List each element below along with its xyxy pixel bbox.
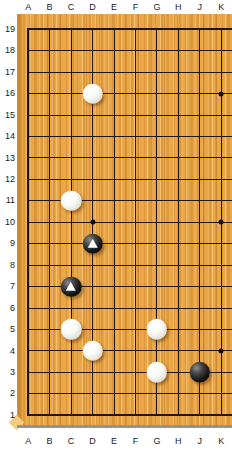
- intersection-C14[interactable]: [60, 126, 81, 147]
- star-point-K10: [219, 220, 224, 225]
- grid-vline: [156, 383, 157, 404]
- grid-vline: [221, 40, 222, 61]
- grid-vline: [178, 104, 179, 125]
- intersection-D12[interactable]: [82, 169, 103, 190]
- grid-vline: [199, 340, 200, 361]
- intersection-H9[interactable]: [168, 233, 189, 254]
- intersection-C12[interactable]: [60, 169, 81, 190]
- intersection-C5[interactable]: [60, 319, 81, 340]
- grid-vline: [135, 362, 136, 383]
- star-point-K4: [219, 348, 224, 353]
- triangle-marker: [66, 282, 76, 291]
- intersection-A4[interactable]: [18, 340, 39, 361]
- intersection-B12[interactable]: [39, 169, 60, 190]
- intersection-K1[interactable]: [210, 404, 231, 425]
- intersection-D11[interactable]: [82, 190, 103, 211]
- intersection-J10[interactable]: [189, 212, 210, 233]
- grid-vline: [221, 190, 222, 211]
- grid-vline: [49, 169, 50, 190]
- intersection-C11[interactable]: [60, 190, 81, 211]
- intersection-D10[interactable]: [82, 212, 103, 233]
- intersection-D6[interactable]: [82, 297, 103, 318]
- intersection-B9[interactable]: [39, 233, 60, 254]
- intersection-A8[interactable]: [18, 254, 39, 275]
- grid-vline: [178, 190, 179, 211]
- intersection-E10[interactable]: [103, 212, 124, 233]
- grid-vline: [27, 40, 29, 61]
- white-stone-C11: [61, 191, 82, 212]
- intersection-K13[interactable]: [210, 147, 231, 168]
- grid-vline: [199, 404, 200, 416]
- intersection-H7[interactable]: [168, 276, 189, 297]
- intersection-D17[interactable]: [82, 61, 103, 82]
- intersection-F1[interactable]: [125, 404, 146, 425]
- grid-vline: [114, 319, 115, 340]
- grid-vline: [135, 297, 136, 318]
- row-label-11: 11: [0, 194, 15, 207]
- grid-vline: [92, 104, 93, 125]
- grid-vline: [135, 212, 136, 233]
- intersection-E16[interactable]: [103, 83, 124, 104]
- intersection-E11[interactable]: [103, 190, 124, 211]
- intersection-J17[interactable]: [189, 61, 210, 82]
- grid-vline: [135, 404, 136, 416]
- intersection-C18[interactable]: [60, 40, 81, 61]
- intersection-D14[interactable]: [82, 126, 103, 147]
- grid-vline: [178, 169, 179, 190]
- intersection-F6[interactable]: [125, 297, 146, 318]
- intersection-K9[interactable]: [210, 233, 231, 254]
- grid-vline: [114, 83, 115, 104]
- intersection-C6[interactable]: [60, 297, 81, 318]
- intersection-G7[interactable]: [146, 276, 167, 297]
- intersection-E9[interactable]: [103, 233, 124, 254]
- intersection-A2[interactable]: [18, 383, 39, 404]
- grid-vline: [27, 28, 29, 40]
- intersection-F13[interactable]: [125, 147, 146, 168]
- intersection-G18[interactable]: [146, 40, 167, 61]
- intersection-C8[interactable]: [60, 254, 81, 275]
- intersection-D4[interactable]: [82, 340, 103, 361]
- intersection-J13[interactable]: [189, 147, 210, 168]
- grid-vline: [49, 190, 50, 211]
- grid-vline: [27, 61, 29, 82]
- grid-vline: [92, 147, 93, 168]
- intersection-C3[interactable]: [60, 362, 81, 383]
- intersection-K8[interactable]: [210, 254, 231, 275]
- row-label-16: 16: [0, 87, 15, 100]
- intersection-E2[interactable]: [103, 383, 124, 404]
- intersection-E7[interactable]: [103, 276, 124, 297]
- row-label-2: 2: [0, 387, 15, 400]
- intersection-B14[interactable]: [39, 126, 60, 147]
- intersection-G1[interactable]: [146, 404, 167, 425]
- intersection-D18[interactable]: [82, 40, 103, 61]
- intersection-F17[interactable]: [125, 61, 146, 82]
- grid-vline: [71, 104, 72, 125]
- grid-vline: [221, 404, 222, 416]
- grid-vline: [156, 404, 157, 416]
- intersection-C1[interactable]: [60, 404, 81, 425]
- intersection-K16[interactable]: [210, 83, 231, 104]
- intersection-F12[interactable]: [125, 169, 146, 190]
- intersection-K11[interactable]: [210, 190, 231, 211]
- grid-vline: [114, 190, 115, 211]
- grid-vline: [114, 61, 115, 82]
- grid-vline: [114, 362, 115, 383]
- intersection-G2[interactable]: [146, 383, 167, 404]
- grid-vline: [199, 212, 200, 233]
- intersection-D1[interactable]: [82, 404, 103, 425]
- intersection-J4[interactable]: [189, 340, 210, 361]
- intersection-B15[interactable]: [39, 104, 60, 125]
- grid-vline: [221, 297, 222, 318]
- intersection-E3[interactable]: [103, 362, 124, 383]
- intersection-K2[interactable]: [210, 383, 231, 404]
- grid-vline: [71, 233, 72, 254]
- intersection-F8[interactable]: [125, 254, 146, 275]
- intersection-B8[interactable]: [39, 254, 60, 275]
- grid-vline: [92, 169, 93, 190]
- intersection-F7[interactable]: [125, 276, 146, 297]
- grid-vline: [178, 40, 179, 61]
- intersection-F5[interactable]: [125, 319, 146, 340]
- intersection-K10[interactable]: [210, 212, 231, 233]
- intersection-K3[interactable]: [210, 362, 231, 383]
- intersection-D2[interactable]: [82, 383, 103, 404]
- intersection-B6[interactable]: [39, 297, 60, 318]
- grid-vline: [71, 383, 72, 404]
- intersection-G12[interactable]: [146, 169, 167, 190]
- intersection-E8[interactable]: [103, 254, 124, 275]
- grid-vline: [92, 404, 93, 416]
- intersection-G4[interactable]: [146, 340, 167, 361]
- intersection-C19[interactable]: [60, 19, 81, 40]
- grid-vline: [199, 104, 200, 125]
- grid-vline: [178, 319, 179, 340]
- grid-vline: [92, 40, 93, 61]
- grid-vline: [114, 404, 115, 416]
- intersection-F11[interactable]: [125, 190, 146, 211]
- intersection-H5[interactable]: [168, 319, 189, 340]
- intersection-H14[interactable]: [168, 126, 189, 147]
- grid-vline: [92, 362, 93, 383]
- intersection-B3[interactable]: [39, 362, 60, 383]
- intersection-G14[interactable]: [146, 126, 167, 147]
- intersection-J12[interactable]: [189, 169, 210, 190]
- black-stone-J3: [190, 362, 211, 383]
- grid-vline: [71, 147, 72, 168]
- intersection-D13[interactable]: [82, 147, 103, 168]
- grid-vline: [156, 254, 157, 275]
- intersection-D5[interactable]: [82, 319, 103, 340]
- intersection-H6[interactable]: [168, 297, 189, 318]
- intersection-A3[interactable]: [18, 362, 39, 383]
- white-stone-D4: [82, 341, 103, 362]
- intersection-D16[interactable]: [82, 83, 103, 104]
- intersection-E1[interactable]: [103, 404, 124, 425]
- intersection-A16[interactable]: [18, 83, 39, 104]
- grid-vline: [49, 126, 50, 147]
- intersection-A17[interactable]: [18, 61, 39, 82]
- intersection-G13[interactable]: [146, 147, 167, 168]
- intersection-B5[interactable]: [39, 319, 60, 340]
- intersection-G11[interactable]: [146, 190, 167, 211]
- intersection-A18[interactable]: [18, 40, 39, 61]
- intersection-H11[interactable]: [168, 190, 189, 211]
- intersection-E19[interactable]: [103, 19, 124, 40]
- board-bottom-shadow: [17, 425, 232, 428]
- grid-vline: [49, 40, 50, 61]
- intersection-D8[interactable]: [82, 254, 103, 275]
- grid-vline: [49, 212, 50, 233]
- intersection-J1[interactable]: [189, 404, 210, 425]
- intersection-A14[interactable]: [18, 126, 39, 147]
- grid-vline: [178, 126, 179, 147]
- column-label-bottom-J: J: [192, 434, 208, 448]
- intersection-K19[interactable]: [210, 19, 231, 40]
- intersection-B11[interactable]: [39, 190, 60, 211]
- intersection-J19[interactable]: [189, 19, 210, 40]
- intersection-H16[interactable]: [168, 83, 189, 104]
- intersection-H2[interactable]: [168, 383, 189, 404]
- intersection-A15[interactable]: [18, 104, 39, 125]
- grid-vline: [49, 297, 50, 318]
- triangle-marker: [88, 239, 98, 248]
- intersection-F2[interactable]: [125, 383, 146, 404]
- intersection-J11[interactable]: [189, 190, 210, 211]
- grid-vline: [49, 104, 50, 125]
- intersection-K18[interactable]: [210, 40, 231, 61]
- grid-vline: [135, 40, 136, 61]
- intersection-D15[interactable]: [82, 104, 103, 125]
- intersection-J6[interactable]: [189, 297, 210, 318]
- grid-vline: [71, 40, 72, 61]
- intersection-J8[interactable]: [189, 254, 210, 275]
- intersection-C4[interactable]: [60, 340, 81, 361]
- intersection-B16[interactable]: [39, 83, 60, 104]
- grid-vline: [135, 190, 136, 211]
- intersection-J3[interactable]: [189, 362, 210, 383]
- grid-vline: [27, 190, 29, 211]
- intersection-C7[interactable]: [60, 276, 81, 297]
- grid-vline: [27, 104, 29, 125]
- intersection-K12[interactable]: [210, 169, 231, 190]
- grid-vline: [221, 61, 222, 82]
- intersection-F19[interactable]: [125, 19, 146, 40]
- grid-vline: [135, 276, 136, 297]
- grid-vline: [156, 83, 157, 104]
- intersection-A13[interactable]: [18, 147, 39, 168]
- intersection-K17[interactable]: [210, 61, 231, 82]
- intersection-F14[interactable]: [125, 126, 146, 147]
- grid-vline: [178, 362, 179, 383]
- intersection-H19[interactable]: [168, 19, 189, 40]
- column-label-bottom-C: C: [63, 434, 79, 448]
- row-label-10: 10: [0, 216, 15, 229]
- column-label-top-E: E: [106, 0, 122, 14]
- intersection-A12[interactable]: [18, 169, 39, 190]
- intersection-G6[interactable]: [146, 297, 167, 318]
- intersection-E15[interactable]: [103, 104, 124, 125]
- row-label-6: 6: [0, 302, 15, 315]
- intersection-E5[interactable]: [103, 319, 124, 340]
- grid-vline: [71, 340, 72, 361]
- intersection-C15[interactable]: [60, 104, 81, 125]
- intersection-H4[interactable]: [168, 340, 189, 361]
- grid-vline: [71, 83, 72, 104]
- grid-vline: [199, 297, 200, 318]
- intersection-K14[interactable]: [210, 126, 231, 147]
- intersection-G3[interactable]: [146, 362, 167, 383]
- column-label-bottom-B: B: [42, 434, 58, 448]
- intersection-D3[interactable]: [82, 362, 103, 383]
- column-label-top-D: D: [85, 0, 101, 14]
- intersection-F16[interactable]: [125, 83, 146, 104]
- intersection-J15[interactable]: [189, 104, 210, 125]
- intersection-D19[interactable]: [82, 19, 103, 40]
- intersection-K5[interactable]: [210, 319, 231, 340]
- intersection-B19[interactable]: [39, 19, 60, 40]
- black-stone-C7: [61, 276, 82, 297]
- intersection-C16[interactable]: [60, 83, 81, 104]
- grid-vline: [135, 126, 136, 147]
- intersection-E6[interactable]: [103, 297, 124, 318]
- intersection-E14[interactable]: [103, 126, 124, 147]
- column-label-bottom-D: D: [85, 434, 101, 448]
- intersection-B1[interactable]: [39, 404, 60, 425]
- intersection-K7[interactable]: [210, 276, 231, 297]
- intersection-G8[interactable]: [146, 254, 167, 275]
- intersection-H13[interactable]: [168, 147, 189, 168]
- intersection-A10[interactable]: [18, 212, 39, 233]
- grid-vline: [221, 104, 222, 125]
- intersection-E13[interactable]: [103, 147, 124, 168]
- intersection-C13[interactable]: [60, 147, 81, 168]
- grid-vline: [199, 383, 200, 404]
- grid-vline: [199, 233, 200, 254]
- grid-vline: [221, 383, 222, 404]
- intersection-F9[interactable]: [125, 233, 146, 254]
- intersection-G16[interactable]: [146, 83, 167, 104]
- white-stone-G5: [147, 319, 168, 340]
- intersection-B7[interactable]: [39, 276, 60, 297]
- grid-vline: [114, 254, 115, 275]
- intersection-J7[interactable]: [189, 276, 210, 297]
- grid-vline: [221, 276, 222, 297]
- column-label-bottom-A: A: [20, 434, 36, 448]
- row-label-1: 1: [0, 409, 15, 422]
- grid-vline: [178, 147, 179, 168]
- column-label-top-C: C: [63, 0, 79, 14]
- intersection-C2[interactable]: [60, 383, 81, 404]
- intersection-J9[interactable]: [189, 233, 210, 254]
- intersection-J2[interactable]: [189, 383, 210, 404]
- intersection-A7[interactable]: [18, 276, 39, 297]
- intersection-D7[interactable]: [82, 276, 103, 297]
- intersection-J16[interactable]: [189, 83, 210, 104]
- intersection-B4[interactable]: [39, 340, 60, 361]
- intersection-B2[interactable]: [39, 383, 60, 404]
- grid-vline: [114, 276, 115, 297]
- grid-vline: [221, 28, 222, 40]
- intersection-A9[interactable]: [18, 233, 39, 254]
- grid-vline: [221, 319, 222, 340]
- intersection-B13[interactable]: [39, 147, 60, 168]
- intersection-E18[interactable]: [103, 40, 124, 61]
- intersection-C10[interactable]: [60, 212, 81, 233]
- intersection-F10[interactable]: [125, 212, 146, 233]
- grid-vline: [27, 383, 29, 404]
- grid-vline: [27, 147, 29, 168]
- intersection-A11[interactable]: [18, 190, 39, 211]
- grid-vline: [49, 83, 50, 104]
- intersection-H18[interactable]: [168, 40, 189, 61]
- intersection-J5[interactable]: [189, 319, 210, 340]
- intersection-C17[interactable]: [60, 61, 81, 82]
- intersection-G19[interactable]: [146, 19, 167, 40]
- intersection-G17[interactable]: [146, 61, 167, 82]
- grid-vline: [49, 340, 50, 361]
- intersection-D9[interactable]: [82, 233, 103, 254]
- intersection-E17[interactable]: [103, 61, 124, 82]
- intersection-H3[interactable]: [168, 362, 189, 383]
- intersection-B18[interactable]: [39, 40, 60, 61]
- intersection-F4[interactable]: [125, 340, 146, 361]
- intersection-G9[interactable]: [146, 233, 167, 254]
- intersection-B10[interactable]: [39, 212, 60, 233]
- grid-vline: [27, 297, 29, 318]
- grid-vline: [156, 28, 157, 40]
- intersection-F18[interactable]: [125, 40, 146, 61]
- white-stone-G3: [147, 362, 168, 383]
- intersection-G15[interactable]: [146, 104, 167, 125]
- grid-vline: [92, 28, 93, 40]
- intersection-A19[interactable]: [18, 19, 39, 40]
- intersection-A6[interactable]: [18, 297, 39, 318]
- intersection-H8[interactable]: [168, 254, 189, 275]
- intersection-J14[interactable]: [189, 126, 210, 147]
- grid-vline: [27, 212, 29, 233]
- intersection-K15[interactable]: [210, 104, 231, 125]
- intersection-F3[interactable]: [125, 362, 146, 383]
- intersection-K6[interactable]: [210, 297, 231, 318]
- intersection-H1[interactable]: [168, 404, 189, 425]
- intersection-H10[interactable]: [168, 212, 189, 233]
- intersection-C9[interactable]: [60, 233, 81, 254]
- intersection-H15[interactable]: [168, 104, 189, 125]
- intersection-G5[interactable]: [146, 319, 167, 340]
- row-label-14: 14: [0, 130, 15, 143]
- intersection-J18[interactable]: [189, 40, 210, 61]
- intersection-E4[interactable]: [103, 340, 124, 361]
- intersection-K4[interactable]: [210, 340, 231, 361]
- column-label-top-J: J: [192, 0, 208, 14]
- grid-vline: [114, 126, 115, 147]
- column-label-bottom-E: E: [106, 434, 122, 448]
- intersection-F15[interactable]: [125, 104, 146, 125]
- black-stone-D9: [82, 233, 103, 254]
- intersection-E12[interactable]: [103, 169, 124, 190]
- intersection-G10[interactable]: [146, 212, 167, 233]
- intersection-H12[interactable]: [168, 169, 189, 190]
- intersection-H17[interactable]: [168, 61, 189, 82]
- row-label-12: 12: [0, 173, 15, 186]
- grid-vline: [135, 61, 136, 82]
- row-label-15: 15: [0, 109, 15, 122]
- intersection-A5[interactable]: [18, 319, 39, 340]
- intersection-B17[interactable]: [39, 61, 60, 82]
